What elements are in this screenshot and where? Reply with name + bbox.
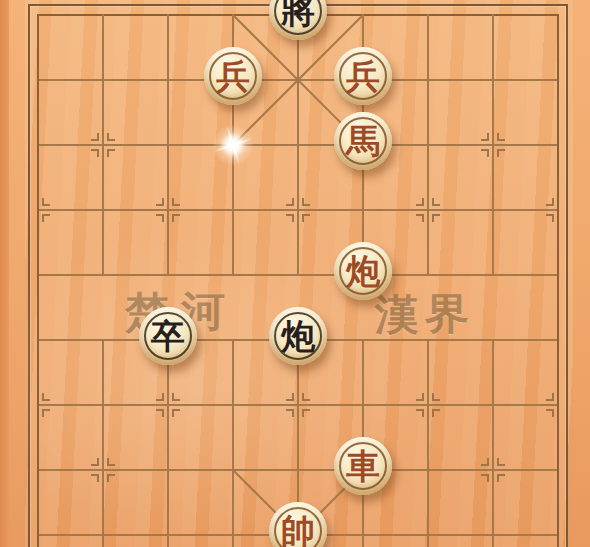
point-marker [172,409,180,417]
point-marker [546,214,554,222]
point-marker [107,458,115,466]
point-marker [546,198,554,206]
point-marker [416,214,424,222]
point-marker [172,214,180,222]
point-marker [432,198,440,206]
point-marker [91,458,99,466]
grid-line-v [427,339,429,547]
point-marker [432,409,440,417]
point-marker [302,409,310,417]
red-general-piece[interactable]: 帥 [269,502,327,547]
grid-line-v [102,14,104,276]
point-marker [416,409,424,417]
red-soldier-right-piece[interactable]: 兵 [334,47,392,105]
grid-line-v-edge [557,14,559,547]
point-marker [497,474,505,482]
point-marker [302,393,310,401]
grid-line-v-edge [37,14,39,547]
piece-character: 車 [346,449,380,483]
black-general-piece[interactable]: 將 [269,0,327,40]
point-marker [416,393,424,401]
red-chariot-piece[interactable]: 車 [334,437,392,495]
red-cannon-piece[interactable]: 炮 [334,242,392,300]
point-marker [286,393,294,401]
grid-line-v [492,339,494,547]
point-marker [156,198,164,206]
point-marker [156,214,164,222]
piece-character: 兵 [216,59,250,93]
point-marker [481,474,489,482]
piece-character: 馬 [346,124,380,158]
black-cannon-piece[interactable]: 炮 [269,307,327,365]
xiangqi-game-screen: 楚 河 漢 界 將兵兵馬炮卒炮車帥 [0,0,590,547]
point-marker [546,409,554,417]
point-marker [107,133,115,141]
red-horse-piece[interactable]: 馬 [334,112,392,170]
background-edge-strip [0,0,9,547]
black-soldier-piece[interactable]: 卒 [139,307,197,365]
point-marker [497,149,505,157]
point-marker [302,214,310,222]
grid-line-v [492,14,494,276]
piece-character: 帥 [281,514,315,547]
point-marker [91,474,99,482]
board-grid: 楚 河 漢 界 將兵兵馬炮卒炮車帥 [38,15,558,547]
point-marker [302,198,310,206]
point-marker [91,149,99,157]
point-marker [286,214,294,222]
point-marker [42,214,50,222]
point-marker [432,214,440,222]
point-marker [481,149,489,157]
piece-character: 卒 [151,319,185,353]
piece-character: 炮 [281,319,315,353]
point-marker [546,393,554,401]
point-marker [497,133,505,141]
point-marker [156,393,164,401]
point-marker [432,393,440,401]
point-marker [481,458,489,466]
point-marker [42,198,50,206]
point-marker [286,409,294,417]
point-marker [481,133,489,141]
point-marker [91,133,99,141]
piece-character: 兵 [346,59,380,93]
grid-line-v [167,339,169,547]
point-marker [286,198,294,206]
point-marker [172,393,180,401]
grid-line-v [167,14,169,276]
point-marker [107,149,115,157]
point-marker [42,409,50,417]
piece-character: 炮 [346,254,380,288]
point-marker [416,198,424,206]
grid-line-v [297,14,299,276]
grid-line-v [102,339,104,547]
grid-line-v [232,339,234,547]
river-label-jie: 界 [425,286,469,342]
river-label-han: 漢 [375,287,419,343]
grid-line-v [427,14,429,276]
red-soldier-left-piece[interactable]: 兵 [204,47,262,105]
point-marker [172,198,180,206]
point-marker [42,393,50,401]
point-marker [107,474,115,482]
point-marker [497,458,505,466]
point-marker [156,409,164,417]
piece-character: 將 [281,0,315,28]
